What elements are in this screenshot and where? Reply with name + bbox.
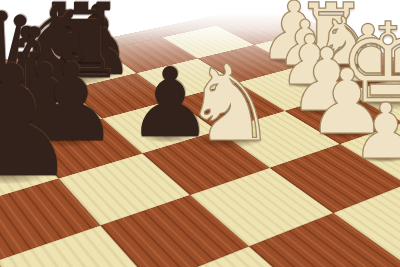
chess-photo: ♛♝♞♜♟♟♟♟♟♟♟♞♟♟♜♞♝♚♟♟♟♟ [0,0,400,267]
piece-layer: ♛♝♞♜♟♟♟♟♟♟♟♞♟♟♜♞♝♚♟♟♟♟ [0,0,400,267]
knight-glyph: ♞ [182,51,277,157]
pawn-glyph: ♟ [0,45,80,199]
pawn-glyph: ♟ [351,93,400,170]
